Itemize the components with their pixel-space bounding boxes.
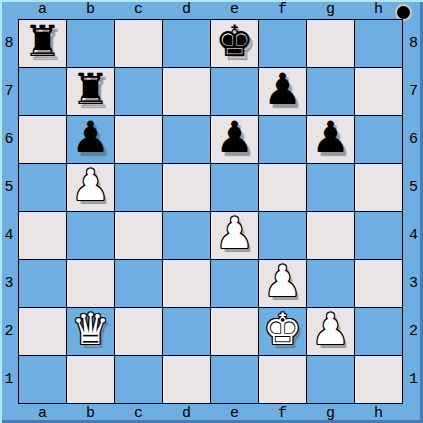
black-king: ♚: [215, 20, 254, 63]
file-label-bottom-f: f: [259, 404, 306, 423]
square-f5[interactable]: [259, 164, 306, 211]
square-b4[interactable]: [67, 212, 114, 259]
square-g7[interactable]: [307, 68, 354, 115]
square-e2[interactable]: [211, 308, 258, 355]
white-pawn: ♟: [71, 164, 110, 207]
square-b7[interactable]: ♜: [67, 68, 114, 115]
rank-label-left-7: 7: [0, 68, 18, 115]
square-c1[interactable]: [115, 356, 162, 403]
black-pawn: ♟: [71, 116, 110, 159]
square-b5[interactable]: ♟: [67, 164, 114, 211]
square-b1[interactable]: [67, 356, 114, 403]
rank-labels-right: 87654321: [404, 20, 423, 403]
file-label-bottom-d: d: [163, 404, 210, 423]
square-c4[interactable]: [115, 212, 162, 259]
rank-label-left-3: 3: [0, 260, 18, 307]
square-e7[interactable]: [211, 68, 258, 115]
square-g2[interactable]: ♟: [307, 308, 354, 355]
square-d5[interactable]: [163, 164, 210, 211]
file-label-bottom-h: h: [355, 404, 402, 423]
square-g6[interactable]: ♟: [307, 116, 354, 163]
square-b8[interactable]: [67, 20, 114, 67]
square-c8[interactable]: [115, 20, 162, 67]
square-a4[interactable]: [19, 212, 66, 259]
square-d7[interactable]: [163, 68, 210, 115]
square-e8[interactable]: ♚: [211, 20, 258, 67]
rank-label-left-6: 6: [0, 116, 18, 163]
square-a1[interactable]: [19, 356, 66, 403]
rank-label-right-7: 7: [404, 68, 423, 115]
square-h1[interactable]: [355, 356, 402, 403]
square-a6[interactable]: [19, 116, 66, 163]
square-a7[interactable]: [19, 68, 66, 115]
square-h6[interactable]: [355, 116, 402, 163]
square-d6[interactable]: [163, 116, 210, 163]
square-d8[interactable]: [163, 20, 210, 67]
file-label-bottom-b: b: [67, 404, 114, 423]
black-rook: ♜: [71, 68, 110, 111]
square-g3[interactable]: [307, 260, 354, 307]
square-c2[interactable]: [115, 308, 162, 355]
square-g8[interactable]: [307, 20, 354, 67]
square-c5[interactable]: [115, 164, 162, 211]
rank-labels-left: 87654321: [0, 20, 18, 403]
rank-label-right-6: 6: [404, 116, 423, 163]
rank-label-left-8: 8: [0, 20, 18, 67]
white-pawn: ♟: [263, 260, 302, 303]
square-h5[interactable]: [355, 164, 402, 211]
square-f3[interactable]: ♟: [259, 260, 306, 307]
white-king: ♚: [263, 308, 302, 351]
square-b3[interactable]: [67, 260, 114, 307]
square-a2[interactable]: [19, 308, 66, 355]
rank-label-left-2: 2: [0, 308, 18, 355]
black-pawn: ♟: [311, 116, 350, 159]
square-a3[interactable]: [19, 260, 66, 307]
square-h8[interactable]: [355, 20, 402, 67]
white-pawn: ♟: [215, 212, 254, 255]
square-g5[interactable]: [307, 164, 354, 211]
rank-label-right-3: 3: [404, 260, 423, 307]
square-d2[interactable]: [163, 308, 210, 355]
rank-label-left-1: 1: [0, 356, 18, 403]
square-f2[interactable]: ♚: [259, 308, 306, 355]
rank-label-right-8: 8: [404, 20, 423, 67]
file-label-top-d: d: [163, 0, 210, 19]
square-f6[interactable]: [259, 116, 306, 163]
square-e4[interactable]: ♟: [211, 212, 258, 259]
square-f7[interactable]: ♟: [259, 68, 306, 115]
file-label-top-f: f: [259, 0, 306, 19]
square-f4[interactable]: [259, 212, 306, 259]
file-label-bottom-g: g: [307, 404, 354, 423]
black-pawn: ♟: [215, 116, 254, 159]
rank-label-right-4: 4: [404, 212, 423, 259]
square-f1[interactable]: [259, 356, 306, 403]
square-e6[interactable]: ♟: [211, 116, 258, 163]
rank-label-right-2: 2: [404, 308, 423, 355]
square-a8[interactable]: ♜: [19, 20, 66, 67]
white-pawn: ♟: [311, 308, 350, 351]
rank-label-left-4: 4: [0, 212, 18, 259]
rank-label-left-5: 5: [0, 164, 18, 211]
rank-label-right-1: 1: [404, 356, 423, 403]
chessboard: ♜♚♜♟♟♟♟♟♟♟♛♚♟: [18, 19, 403, 404]
rank-label-right-5: 5: [404, 164, 423, 211]
square-b6[interactable]: ♟: [67, 116, 114, 163]
square-c6[interactable]: [115, 116, 162, 163]
square-c3[interactable]: [115, 260, 162, 307]
file-labels-bottom: abcdefgh: [19, 404, 402, 423]
file-label-bottom-a: a: [19, 404, 66, 423]
square-b2[interactable]: ♛: [67, 308, 114, 355]
file-label-bottom-c: c: [115, 404, 162, 423]
file-label-top-b: b: [67, 0, 114, 19]
square-d3[interactable]: [163, 260, 210, 307]
square-d1[interactable]: [163, 356, 210, 403]
black-rook: ♜: [23, 20, 62, 63]
square-h3[interactable]: [355, 260, 402, 307]
square-f8[interactable]: [259, 20, 306, 67]
square-e1[interactable]: [211, 356, 258, 403]
square-h7[interactable]: [355, 68, 402, 115]
square-e3[interactable]: [211, 260, 258, 307]
square-h2[interactable]: [355, 308, 402, 355]
square-a5[interactable]: [19, 164, 66, 211]
file-labels-top: abcdefgh: [19, 0, 402, 19]
white-queen: ♛: [71, 308, 110, 351]
file-label-top-c: c: [115, 0, 162, 19]
file-label-bottom-e: e: [211, 404, 258, 423]
square-d4[interactable]: [163, 212, 210, 259]
chessboard-frame: abcdefgh abcdefgh 87654321 87654321 ♜♚♜♟…: [0, 0, 423, 423]
square-h4[interactable]: [355, 212, 402, 259]
square-e5[interactable]: [211, 164, 258, 211]
square-g4[interactable]: [307, 212, 354, 259]
file-label-top-g: g: [307, 0, 354, 19]
square-c7[interactable]: [115, 68, 162, 115]
black-pawn: ♟: [263, 68, 302, 111]
square-g1[interactable]: [307, 356, 354, 403]
